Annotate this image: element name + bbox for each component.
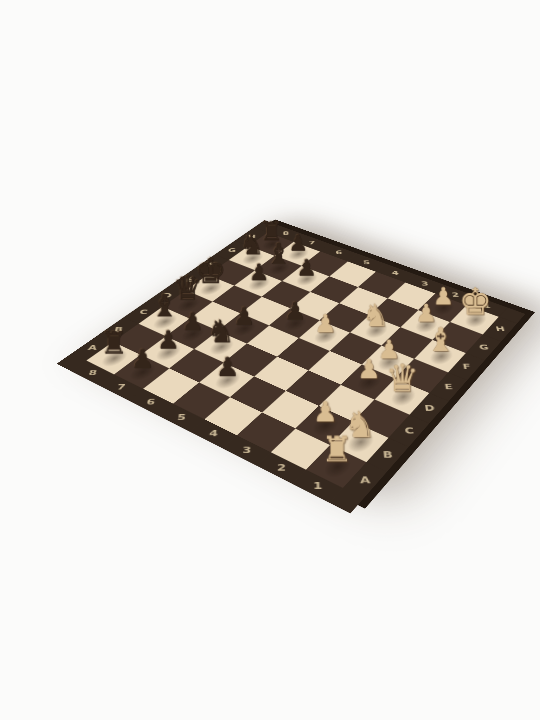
near-file-label-D: D: [408, 401, 451, 416]
square-f6: [262, 281, 310, 308]
piece-shadow: [385, 384, 420, 409]
right-rank-label-5: 5: [357, 254, 377, 272]
right-rank-label-6: 6: [330, 244, 349, 261]
piece-shadow: [263, 260, 294, 278]
right-rank-label-8: 8: [277, 225, 294, 241]
near-file-label-B: B: [366, 446, 411, 462]
piece-shadow: [278, 313, 311, 334]
near-file-label-F: F: [446, 360, 487, 373]
piece-shadow: [360, 320, 392, 341]
right-rank-label-7: 7: [303, 235, 321, 252]
near-file-label-C: C: [387, 423, 431, 438]
right-rank-label-1: 1: [475, 296, 500, 316]
chess-board: ABCDEFGH8♜♝♛♚♞♜87♟♟♟♟♝♟76♞♟♟65♟♟54♟43♞32…: [57, 220, 526, 513]
piece-shadow: [351, 370, 386, 394]
piece-shadow: [428, 298, 459, 318]
near-file-label-E: E: [428, 380, 470, 394]
piece-shadow: [424, 345, 457, 368]
right-rank-label-4: 4: [385, 264, 406, 282]
left-rank-label-5: 5: [168, 404, 194, 431]
piece-shadow: [410, 315, 442, 336]
product-photo-scene: ABCDEFGH8♜♝♛♚♞♜87♟♟♟♟♝♟76♞♟♟65♟♟54♟43♞32…: [0, 0, 540, 720]
frame-file-cell-G: G: [466, 334, 501, 360]
near-file-label-H: H: [480, 323, 520, 335]
right-rank-label-3: 3: [414, 274, 436, 293]
near-file-label-A: A: [342, 471, 388, 488]
piece-shadow: [372, 351, 406, 374]
left-rank-label-7: 7: [107, 375, 134, 400]
piece-shadow: [291, 270, 322, 288]
